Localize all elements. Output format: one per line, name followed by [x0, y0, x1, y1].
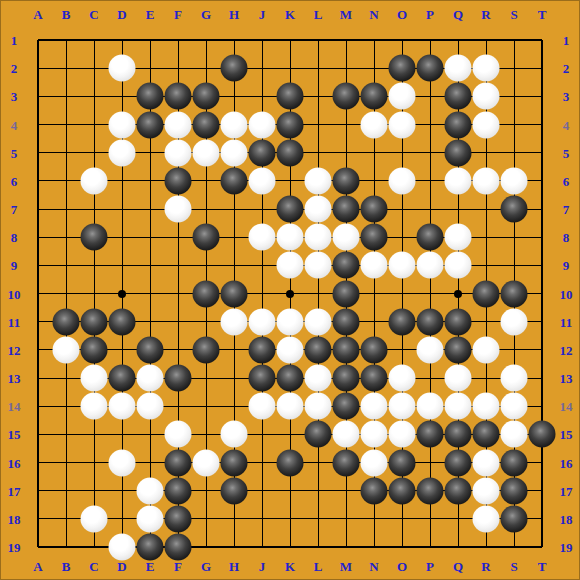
stone-white[interactable]: [81, 393, 108, 420]
stone-white[interactable]: [193, 449, 220, 476]
stone-white[interactable]: [109, 139, 136, 166]
coord-label-bottom-R: R: [481, 560, 490, 573]
stone-black[interactable]: [333, 336, 360, 363]
stone-white[interactable]: [389, 83, 416, 110]
stone-black[interactable]: [137, 336, 164, 363]
stone-white[interactable]: [81, 365, 108, 392]
stone-white[interactable]: [305, 252, 332, 279]
stone-black[interactable]: [361, 224, 388, 251]
stone-white[interactable]: [473, 336, 500, 363]
stone-black[interactable]: [501, 196, 528, 223]
coord-label-top-F: F: [174, 8, 182, 21]
stone-black[interactable]: [249, 336, 276, 363]
coord-label-right-14: 14: [560, 400, 573, 413]
stone-black[interactable]: [249, 139, 276, 166]
stone-black[interactable]: [277, 83, 304, 110]
coord-label-bottom-O: O: [397, 560, 407, 573]
stone-black[interactable]: [53, 308, 80, 335]
stone-black[interactable]: [193, 83, 220, 110]
stone-white[interactable]: [417, 252, 444, 279]
coord-label-right-8: 8: [563, 231, 570, 244]
stone-black[interactable]: [109, 365, 136, 392]
stone-white[interactable]: [221, 421, 248, 448]
coord-label-top-O: O: [397, 8, 407, 21]
stone-white[interactable]: [473, 83, 500, 110]
stone-black[interactable]: [417, 55, 444, 82]
stone-white[interactable]: [473, 55, 500, 82]
stone-black[interactable]: [333, 393, 360, 420]
stone-black[interactable]: [305, 421, 332, 448]
stone-white[interactable]: [473, 111, 500, 138]
stone-black[interactable]: [165, 505, 192, 532]
stone-black[interactable]: [417, 224, 444, 251]
stone-black[interactable]: [165, 83, 192, 110]
stone-white[interactable]: [445, 365, 472, 392]
stone-black[interactable]: [305, 336, 332, 363]
stone-black[interactable]: [137, 111, 164, 138]
coord-label-left-11: 11: [8, 315, 20, 328]
stone-black[interactable]: [473, 280, 500, 307]
stone-white[interactable]: [137, 393, 164, 420]
stone-black[interactable]: [501, 280, 528, 307]
stone-white[interactable]: [221, 111, 248, 138]
stone-black[interactable]: [501, 505, 528, 532]
coord-label-top-R: R: [481, 8, 490, 21]
stone-black[interactable]: [361, 336, 388, 363]
stone-white[interactable]: [109, 449, 136, 476]
stone-white[interactable]: [277, 308, 304, 335]
stone-black[interactable]: [165, 477, 192, 504]
stone-black[interactable]: [389, 477, 416, 504]
stone-white[interactable]: [473, 477, 500, 504]
coord-label-right-6: 6: [563, 174, 570, 187]
stone-white[interactable]: [473, 449, 500, 476]
stone-white[interactable]: [473, 167, 500, 194]
stone-white[interactable]: [81, 505, 108, 532]
stone-white[interactable]: [165, 421, 192, 448]
coord-label-right-10: 10: [560, 287, 573, 300]
coord-label-bottom-B: B: [62, 560, 71, 573]
coord-label-left-10: 10: [8, 287, 21, 300]
stone-white[interactable]: [473, 393, 500, 420]
stone-black[interactable]: [333, 196, 360, 223]
stone-black[interactable]: [361, 365, 388, 392]
stone-white[interactable]: [445, 167, 472, 194]
stone-white[interactable]: [501, 393, 528, 420]
stone-black[interactable]: [249, 365, 276, 392]
stone-black[interactable]: [277, 139, 304, 166]
stone-white[interactable]: [389, 252, 416, 279]
coord-label-left-9: 9: [11, 259, 18, 272]
star-point: [118, 290, 126, 298]
stone-white[interactable]: [305, 224, 332, 251]
coord-label-left-15: 15: [8, 428, 21, 441]
stone-black[interactable]: [445, 477, 472, 504]
coord-label-left-5: 5: [11, 146, 18, 159]
stone-black[interactable]: [361, 196, 388, 223]
stone-black[interactable]: [81, 224, 108, 251]
stone-black[interactable]: [473, 421, 500, 448]
coord-label-bottom-G: G: [201, 560, 211, 573]
stone-white[interactable]: [501, 167, 528, 194]
star-point: [286, 290, 294, 298]
stone-white[interactable]: [389, 111, 416, 138]
stone-white[interactable]: [277, 252, 304, 279]
coord-label-right-16: 16: [560, 456, 573, 469]
stone-white[interactable]: [249, 111, 276, 138]
coord-label-bottom-A: A: [33, 560, 42, 573]
stone-white[interactable]: [445, 224, 472, 251]
coord-label-left-7: 7: [11, 203, 18, 216]
coord-label-bottom-N: N: [369, 560, 378, 573]
coord-label-right-1: 1: [563, 34, 570, 47]
coord-label-right-3: 3: [563, 90, 570, 103]
stone-black[interactable]: [137, 83, 164, 110]
stone-black[interactable]: [193, 280, 220, 307]
star-point: [454, 290, 462, 298]
stone-white[interactable]: [221, 139, 248, 166]
stone-black[interactable]: [165, 449, 192, 476]
coord-label-top-M: M: [340, 8, 352, 21]
stone-black[interactable]: [417, 421, 444, 448]
stone-black[interactable]: [333, 252, 360, 279]
coord-label-left-18: 18: [8, 512, 21, 525]
stone-black[interactable]: [529, 421, 556, 448]
stone-white[interactable]: [389, 167, 416, 194]
coord-label-top-C: C: [89, 8, 98, 21]
coord-label-bottom-P: P: [426, 560, 434, 573]
coord-label-left-2: 2: [11, 62, 18, 75]
stone-black[interactable]: [389, 449, 416, 476]
coord-label-left-19: 19: [8, 541, 21, 554]
stone-black[interactable]: [333, 167, 360, 194]
stone-white[interactable]: [473, 505, 500, 532]
stone-white[interactable]: [277, 224, 304, 251]
stone-white[interactable]: [389, 365, 416, 392]
coord-label-bottom-S: S: [510, 560, 517, 573]
coord-label-bottom-K: K: [285, 560, 295, 573]
stone-black[interactable]: [81, 308, 108, 335]
coord-label-top-A: A: [33, 8, 42, 21]
stone-white[interactable]: [109, 393, 136, 420]
stone-black[interactable]: [417, 477, 444, 504]
coord-label-right-9: 9: [563, 259, 570, 272]
stone-black[interactable]: [193, 224, 220, 251]
stone-white[interactable]: [305, 167, 332, 194]
stone-black[interactable]: [81, 336, 108, 363]
stone-black[interactable]: [389, 308, 416, 335]
stone-black[interactable]: [333, 365, 360, 392]
stone-black[interactable]: [333, 308, 360, 335]
stone-black[interactable]: [445, 308, 472, 335]
stone-black[interactable]: [445, 449, 472, 476]
coord-label-bottom-F: F: [174, 560, 182, 573]
coord-label-left-3: 3: [11, 90, 18, 103]
stone-white[interactable]: [137, 365, 164, 392]
coord-label-top-L: L: [314, 8, 323, 21]
stone-white[interactable]: [361, 449, 388, 476]
coord-label-top-J: J: [259, 8, 266, 21]
stone-white[interactable]: [137, 505, 164, 532]
stone-white[interactable]: [249, 308, 276, 335]
stone-black[interactable]: [221, 280, 248, 307]
stone-white[interactable]: [165, 196, 192, 223]
stone-white[interactable]: [165, 139, 192, 166]
coord-label-right-7: 7: [563, 203, 570, 216]
coord-label-right-17: 17: [560, 484, 573, 497]
stone-black[interactable]: [277, 365, 304, 392]
stone-black[interactable]: [277, 449, 304, 476]
stone-black[interactable]: [361, 477, 388, 504]
stone-white[interactable]: [249, 224, 276, 251]
coord-label-bottom-C: C: [89, 560, 98, 573]
coord-label-top-S: S: [510, 8, 517, 21]
coord-label-top-P: P: [426, 8, 434, 21]
coord-label-right-18: 18: [560, 512, 573, 525]
coord-label-bottom-T: T: [538, 560, 547, 573]
go-board[interactable]: AABBCCDDEEFFGGHHJJKKLLMMNNOOPPQQRRSSTT11…: [0, 0, 580, 580]
coord-label-right-13: 13: [560, 372, 573, 385]
coord-label-bottom-L: L: [314, 560, 323, 573]
coord-label-left-4: 4: [11, 118, 18, 131]
stone-white[interactable]: [305, 196, 332, 223]
coord-label-top-E: E: [146, 8, 155, 21]
stone-white[interactable]: [389, 421, 416, 448]
stone-black[interactable]: [221, 55, 248, 82]
stone-white[interactable]: [361, 393, 388, 420]
stone-white[interactable]: [193, 139, 220, 166]
stone-black[interactable]: [361, 83, 388, 110]
stone-black[interactable]: [221, 167, 248, 194]
stone-black[interactable]: [389, 55, 416, 82]
coord-label-right-12: 12: [560, 343, 573, 356]
coord-label-top-H: H: [229, 8, 239, 21]
stone-white[interactable]: [333, 421, 360, 448]
stone-white[interactable]: [445, 55, 472, 82]
coord-label-left-12: 12: [8, 343, 21, 356]
stone-black[interactable]: [165, 167, 192, 194]
stone-white[interactable]: [109, 534, 136, 561]
coord-label-bottom-H: H: [229, 560, 239, 573]
stone-black[interactable]: [277, 196, 304, 223]
stone-white[interactable]: [361, 421, 388, 448]
stone-black[interactable]: [165, 534, 192, 561]
stone-white[interactable]: [221, 308, 248, 335]
coord-label-top-G: G: [201, 8, 211, 21]
stone-black[interactable]: [501, 477, 528, 504]
stone-white[interactable]: [361, 252, 388, 279]
coord-label-right-4: 4: [563, 118, 570, 131]
coord-label-right-11: 11: [560, 315, 572, 328]
stone-white[interactable]: [137, 477, 164, 504]
coord-label-left-14: 14: [8, 400, 21, 413]
coord-label-right-5: 5: [563, 146, 570, 159]
stone-white[interactable]: [361, 111, 388, 138]
stone-black[interactable]: [221, 477, 248, 504]
coord-label-left-6: 6: [11, 174, 18, 187]
stone-white[interactable]: [501, 421, 528, 448]
stone-white[interactable]: [305, 393, 332, 420]
stone-black[interactable]: [277, 111, 304, 138]
stone-black[interactable]: [445, 421, 472, 448]
coord-label-left-8: 8: [11, 231, 18, 244]
stone-white[interactable]: [389, 393, 416, 420]
stone-white[interactable]: [109, 111, 136, 138]
stone-white[interactable]: [501, 365, 528, 392]
coord-label-left-1: 1: [11, 34, 18, 47]
stone-white[interactable]: [249, 167, 276, 194]
coord-label-right-15: 15: [560, 428, 573, 441]
coord-label-right-2: 2: [563, 62, 570, 75]
coord-label-bottom-E: E: [146, 560, 155, 573]
stone-black[interactable]: [137, 534, 164, 561]
coord-label-top-T: T: [538, 8, 547, 21]
stone-white[interactable]: [109, 55, 136, 82]
stone-white[interactable]: [249, 393, 276, 420]
coord-label-top-Q: Q: [453, 8, 463, 21]
stone-black[interactable]: [501, 449, 528, 476]
coord-label-top-N: N: [369, 8, 378, 21]
coord-label-top-B: B: [62, 8, 71, 21]
coord-label-left-16: 16: [8, 456, 21, 469]
stone-black[interactable]: [445, 139, 472, 166]
coord-label-bottom-M: M: [340, 560, 352, 573]
stone-white[interactable]: [445, 393, 472, 420]
stone-white[interactable]: [305, 308, 332, 335]
coord-label-left-17: 17: [8, 484, 21, 497]
stone-white[interactable]: [445, 252, 472, 279]
coord-label-top-D: D: [117, 8, 126, 21]
coord-label-top-K: K: [285, 8, 295, 21]
stone-black[interactable]: [221, 449, 248, 476]
stone-white[interactable]: [305, 365, 332, 392]
stone-white[interactable]: [277, 336, 304, 363]
stone-white[interactable]: [417, 393, 444, 420]
stone-black[interactable]: [333, 449, 360, 476]
stone-white[interactable]: [81, 167, 108, 194]
stone-black[interactable]: [333, 83, 360, 110]
stone-black[interactable]: [193, 111, 220, 138]
coord-label-bottom-D: D: [117, 560, 126, 573]
stone-white[interactable]: [165, 111, 192, 138]
stone-black[interactable]: [417, 308, 444, 335]
stone-white[interactable]: [333, 224, 360, 251]
stone-white[interactable]: [277, 393, 304, 420]
coord-label-left-13: 13: [8, 372, 21, 385]
stone-white[interactable]: [53, 336, 80, 363]
stone-black[interactable]: [193, 336, 220, 363]
coord-label-bottom-Q: Q: [453, 560, 463, 573]
coord-label-right-19: 19: [560, 541, 573, 554]
stone-white[interactable]: [417, 336, 444, 363]
stone-black[interactable]: [333, 280, 360, 307]
stone-black[interactable]: [165, 365, 192, 392]
stone-black[interactable]: [445, 111, 472, 138]
stone-black[interactable]: [109, 308, 136, 335]
stone-black[interactable]: [445, 83, 472, 110]
stone-black[interactable]: [445, 336, 472, 363]
coord-label-bottom-J: J: [259, 560, 266, 573]
stone-white[interactable]: [501, 308, 528, 335]
